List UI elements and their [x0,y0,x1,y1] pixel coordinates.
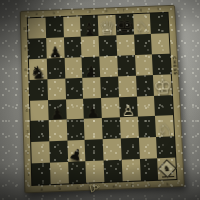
file-label-top-g: g [139,7,142,12]
square-h4[interactable] [154,95,173,117]
square-b7[interactable]: ♟ [46,37,64,58]
square-b4[interactable]: ♟ [48,99,66,121]
rank-label-4: 4 [25,108,28,113]
square-e8[interactable]: ♕ [98,15,116,36]
rank-label-2: 2 [27,150,30,155]
square-c4[interactable] [66,98,85,120]
square-f5[interactable] [118,75,137,96]
square-e7[interactable] [99,35,117,56]
file-label-f: f [131,183,133,188]
square-d4[interactable]: ♟ [83,98,102,120]
square-a4[interactable] [30,100,48,122]
square-a6[interactable]: ♞ [29,58,47,79]
square-f1[interactable] [121,159,140,181]
square-c2[interactable]: ♟ [67,140,86,162]
square-b1[interactable] [50,162,69,184]
square-h2[interactable] [156,137,175,159]
board-brand-text: CHESS [172,56,178,75]
chess-board: ♝♕♚♘♟♞♟♔♟♟♙♘♟ 87654321 abcdefgh abcdefgh… [20,5,185,194]
square-d5[interactable] [82,77,101,98]
square-h3[interactable]: ♘ [155,116,174,138]
square-e4[interactable] [101,97,120,119]
captured-pawn-lying[interactable]: ♙ [87,180,102,194]
square-g2[interactable] [138,137,157,159]
square-c5[interactable] [65,77,83,98]
brand-emblem: ♞ [158,159,176,180]
square-f3[interactable] [120,117,139,139]
square-d2[interactable] [85,139,104,161]
square-d8[interactable]: ♝ [80,16,98,37]
square-h5[interactable]: ♔ [153,74,172,95]
file-label-c: c [77,185,79,190]
square-a7[interactable] [28,38,46,59]
square-b3[interactable] [48,120,67,142]
file-label-top-a: a [35,11,38,16]
square-g4[interactable] [136,95,155,117]
rank-label-8: 8 [23,26,26,31]
square-a1[interactable] [32,163,51,185]
file-label-g: g [148,182,151,187]
square-g6[interactable] [135,54,154,75]
square-h8[interactable] [150,13,169,34]
square-b6[interactable] [47,58,65,79]
square-f7[interactable] [116,34,134,55]
square-g3[interactable] [137,116,156,138]
square-g5[interactable] [135,75,154,96]
square-e6[interactable] [99,56,117,77]
square-e5[interactable] [100,76,119,97]
square-f6[interactable] [117,55,136,76]
square-e2[interactable] [103,139,122,161]
file-label-a: a [40,187,43,192]
square-g7[interactable] [134,34,153,55]
table-surface: ♝♕♚♘♟♞♟♔♟♟♙♘♟ 87654321 abcdefgh abcdefgh… [0,0,200,200]
file-label-top-e: e [105,8,108,13]
square-f4[interactable]: ♙ [119,96,138,118]
square-d3[interactable] [84,118,103,140]
square-c1[interactable] [68,161,87,183]
file-label-top-b: b [53,10,56,15]
file-label-top-c: c [70,10,72,15]
square-c7[interactable] [63,37,81,58]
square-f2[interactable] [121,138,140,160]
rank-label-1: 1 [27,172,30,177]
file-label-b: b [58,186,61,191]
square-a2[interactable] [31,142,50,164]
square-b2[interactable] [49,141,68,163]
file-label-e: e [113,184,116,189]
rank-label-6: 6 [24,67,27,72]
rank-label-5: 5 [25,88,28,93]
file-label-top-d: d [88,9,91,14]
square-d7[interactable] [81,36,99,57]
square-a8[interactable] [28,18,46,39]
square-a3[interactable] [31,121,49,143]
square-h7[interactable] [151,33,170,54]
square-f8[interactable]: ♚ [115,14,133,35]
square-e1[interactable] [104,160,123,182]
rank-label-7: 7 [24,46,27,51]
square-c6[interactable] [64,57,82,78]
square-g8[interactable]: ♘ [133,14,151,35]
file-label-h: h [166,181,169,186]
square-d6[interactable]: ♟ [82,56,100,77]
square-c8[interactable] [63,16,81,37]
square-d1[interactable] [86,161,105,183]
knight-emblem-icon: ♞ [163,164,171,172]
square-g1[interactable] [139,158,158,180]
board-grid: ♝♕♚♘♟♞♟♔♟♟♙♘♟ [27,12,178,186]
rank-label-3: 3 [26,129,29,134]
square-c3[interactable] [66,119,85,141]
square-b5[interactable] [47,78,65,99]
file-label-top-f: f [123,8,125,13]
square-h6[interactable] [152,53,171,74]
file-label-top-h: h [157,6,160,11]
square-b8[interactable] [45,17,63,38]
square-e3[interactable] [102,118,121,140]
square-a5[interactable] [29,79,47,100]
brand-emblem-diamond: ♞ [158,159,177,178]
